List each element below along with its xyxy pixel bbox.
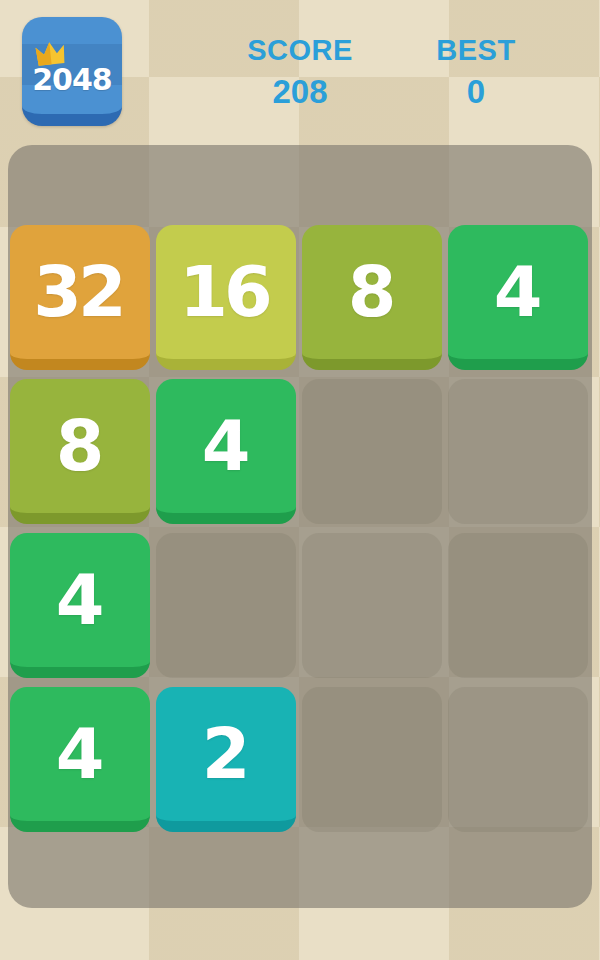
tile-32: 32	[10, 225, 150, 370]
tile-2: 2	[156, 687, 296, 832]
tile-4: 4	[448, 225, 588, 370]
empty-cell	[302, 533, 442, 678]
tile-4: 4	[10, 533, 150, 678]
empty-cell	[448, 379, 588, 524]
best-box: BEST 0	[406, 36, 546, 108]
empty-cell	[448, 687, 588, 832]
tile-16: 16	[156, 225, 296, 370]
tile-4: 4	[156, 379, 296, 524]
crown-icon	[34, 39, 68, 68]
game-screen: 2048 SCORE 208 BEST 0 32168484442	[0, 0, 600, 960]
empty-cell	[156, 533, 296, 678]
score-label: SCORE	[230, 36, 370, 65]
tile-4: 4	[10, 687, 150, 832]
game-board[interactable]: 32168484442	[8, 145, 592, 908]
best-value: 0	[406, 75, 546, 108]
score-box: SCORE 208	[230, 36, 370, 108]
empty-cell	[448, 533, 588, 678]
best-label: BEST	[406, 36, 546, 65]
tile-8: 8	[10, 379, 150, 524]
score-value: 208	[230, 75, 370, 108]
tile-8: 8	[302, 225, 442, 370]
app-logo: 2048	[22, 17, 122, 126]
empty-cell	[302, 687, 442, 832]
empty-cell	[302, 379, 442, 524]
tile-grid[interactable]: 32168484442	[10, 225, 588, 832]
